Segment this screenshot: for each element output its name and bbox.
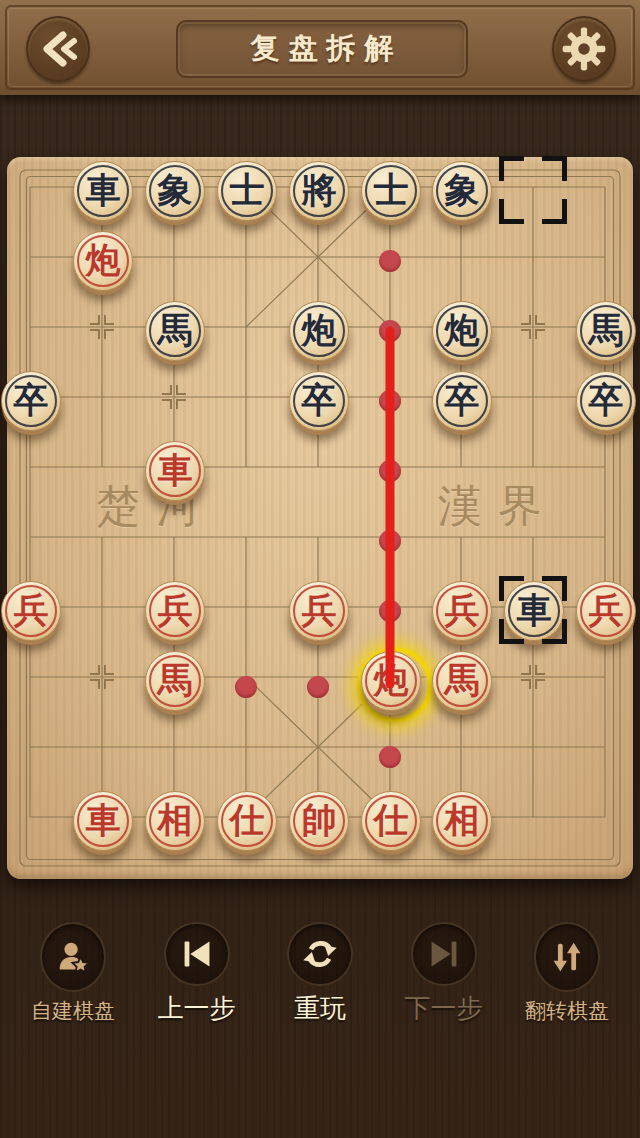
point-marker [90, 665, 114, 689]
piece-black-車[interactable]: 車 [73, 161, 133, 221]
back-button[interactable] [26, 16, 90, 82]
user-star-icon [40, 922, 106, 992]
piece-black-象[interactable]: 象 [145, 161, 205, 221]
piece-red-炮[interactable]: 炮 [361, 651, 421, 711]
piece-red-兵[interactable]: 兵 [432, 581, 492, 641]
move-hint-dot[interactable] [379, 746, 401, 768]
flip-board-label: 翻转棋盘 [525, 997, 609, 1025]
piece-red-相[interactable]: 相 [145, 791, 205, 851]
previous-step-label: 上一步 [158, 991, 236, 1026]
create-board-button[interactable]: 自建棋盘 [14, 916, 132, 1026]
replay-label: 重玩 [294, 991, 346, 1026]
piece-red-相[interactable]: 相 [432, 791, 492, 851]
piece-red-兵[interactable]: 兵 [289, 581, 349, 641]
create-board-label: 自建棋盘 [31, 997, 115, 1025]
piece-black-卒[interactable]: 卒 [432, 371, 492, 431]
settings-button[interactable] [552, 16, 616, 82]
piece-black-馬[interactable]: 馬 [145, 301, 205, 361]
point-marker [521, 665, 545, 689]
move-hint-dot[interactable] [379, 600, 401, 622]
piece-black-炮[interactable]: 炮 [289, 301, 349, 361]
page-title: 复盘拆解 [242, 29, 403, 69]
replay-icon [287, 922, 353, 986]
flip-board-button[interactable]: 翻转棋盘 [508, 916, 626, 1026]
next-step-button[interactable]: 下一步 [385, 916, 503, 1026]
piece-black-炮[interactable]: 炮 [432, 301, 492, 361]
move-hint-dot[interactable] [235, 676, 257, 698]
skip-previous-icon [164, 922, 230, 986]
point-marker [90, 315, 114, 339]
move-hint-dot[interactable] [307, 676, 329, 698]
piece-black-士[interactable]: 士 [217, 161, 277, 221]
move-hint-dot[interactable] [379, 390, 401, 412]
move-hint-dot[interactable] [379, 530, 401, 552]
piece-red-仕[interactable]: 仕 [217, 791, 277, 851]
move-hint-dot[interactable] [379, 250, 401, 272]
piece-black-將[interactable]: 將 [289, 161, 349, 221]
next-step-label: 下一步 [405, 991, 483, 1026]
piece-red-車[interactable]: 車 [73, 791, 133, 851]
piece-black-卒[interactable]: 卒 [289, 371, 349, 431]
replay-button[interactable]: 重玩 [261, 916, 379, 1026]
skip-next-icon [411, 922, 477, 986]
piece-black-士[interactable]: 士 [361, 161, 421, 221]
river-text-right: 漢界 [438, 477, 558, 536]
piece-black-象[interactable]: 象 [432, 161, 492, 221]
top-bar: 复盘拆解 [0, 0, 640, 95]
xiangqi-replay-screen: 复盘拆解 楚河 漢界 車象士將士象炮馬炮炮馬卒卒卒卒 [0, 0, 640, 1138]
piece-red-兵[interactable]: 兵 [1, 581, 61, 641]
back-chevrons-icon [36, 27, 80, 71]
piece-red-車[interactable]: 車 [145, 441, 205, 501]
flip-board-icon [534, 922, 600, 992]
point-marker [521, 315, 545, 339]
move-hint-dot[interactable] [379, 320, 401, 342]
piece-red-馬[interactable]: 馬 [145, 651, 205, 711]
piece-red-兵[interactable]: 兵 [576, 581, 636, 641]
point-marker [162, 385, 186, 409]
piece-black-卒[interactable]: 卒 [576, 371, 636, 431]
title-plaque: 复盘拆解 [176, 20, 468, 78]
piece-black-車[interactable]: 車 [504, 581, 564, 641]
previous-step-button[interactable]: 上一步 [138, 916, 256, 1026]
piece-black-馬[interactable]: 馬 [576, 301, 636, 361]
gear-icon [561, 26, 607, 72]
piece-red-炮[interactable]: 炮 [73, 231, 133, 291]
piece-red-仕[interactable]: 仕 [361, 791, 421, 851]
piece-black-卒[interactable]: 卒 [1, 371, 61, 431]
bottom-toolbar: 自建棋盘 上一步 重玩 [0, 916, 640, 1026]
piece-red-馬[interactable]: 馬 [432, 651, 492, 711]
move-hint-dot[interactable] [379, 460, 401, 482]
piece-red-帥[interactable]: 帥 [289, 791, 349, 851]
piece-red-兵[interactable]: 兵 [145, 581, 205, 641]
